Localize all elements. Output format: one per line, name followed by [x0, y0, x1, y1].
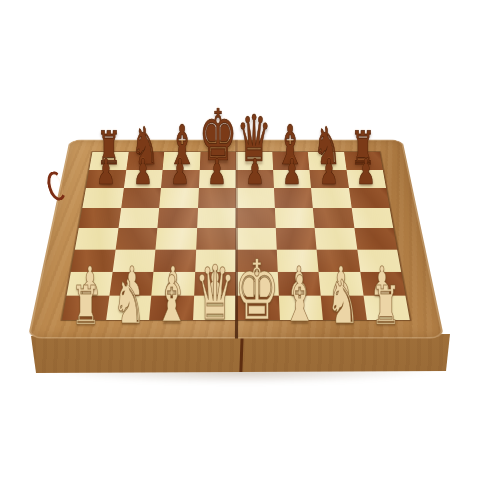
- square-g5[interactable]: [313, 208, 354, 228]
- piece-black-pawn-c7[interactable]: ♟: [171, 155, 190, 190]
- square-d4[interactable]: [196, 228, 236, 249]
- piece-white-rook-a1[interactable]: ♜: [71, 278, 100, 332]
- square-h4[interactable]: [354, 228, 397, 249]
- piece-white-king-e1[interactable]: ♚: [235, 249, 280, 332]
- square-a5[interactable]: [79, 208, 121, 228]
- square-c5[interactable]: [157, 208, 197, 228]
- square-h5[interactable]: [351, 208, 393, 228]
- piece-white-bishop-f1[interactable]: ♝: [283, 268, 318, 332]
- square-e5[interactable]: [236, 208, 275, 228]
- piece-white-bishop-c1[interactable]: ♝: [154, 268, 189, 332]
- square-c4[interactable]: [155, 228, 196, 249]
- square-f5[interactable]: [274, 208, 314, 228]
- square-f4[interactable]: [275, 228, 316, 249]
- square-a4[interactable]: [75, 228, 118, 249]
- piece-black-pawn-g7[interactable]: ♟: [319, 155, 338, 190]
- piece-white-knight-b1[interactable]: ♞: [112, 271, 145, 332]
- piece-white-knight-g1[interactable]: ♞: [327, 271, 360, 332]
- piece-black-pawn-h7[interactable]: ♟: [356, 155, 375, 190]
- piece-black-pawn-a7[interactable]: ♟: [96, 155, 115, 190]
- piece-white-rook-h1[interactable]: ♜: [371, 278, 400, 332]
- square-b4[interactable]: [115, 228, 157, 249]
- square-g4[interactable]: [315, 228, 357, 249]
- piece-black-pawn-b7[interactable]: ♟: [134, 155, 153, 190]
- piece-black-pawn-e7[interactable]: ♟: [245, 155, 264, 190]
- square-b5[interactable]: [118, 208, 159, 228]
- piece-black-pawn-f7[interactable]: ♟: [282, 155, 301, 190]
- piece-white-queen-d1[interactable]: ♛: [194, 257, 235, 332]
- square-d5[interactable]: [197, 208, 236, 228]
- piece-black-pawn-d7[interactable]: ♟: [208, 155, 227, 190]
- chess-set-photo: ♜♞♝♚♛♝♞♜♟♟♟♟♟♟♟♟♟♟♟♟♟♟♟♟♜♞♝♛♚♝♞♜: [0, 0, 480, 480]
